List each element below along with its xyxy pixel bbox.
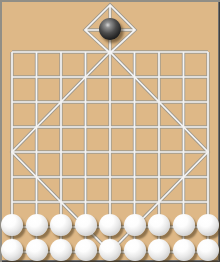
cow-piece-white[interactable] (75, 214, 97, 236)
point-r2c4[interactable] (73, 65, 98, 90)
point-r2c9[interactable] (196, 65, 220, 90)
point-r6c9[interactable] (196, 165, 220, 190)
cow-piece-white[interactable] (26, 214, 48, 236)
point-r3c2[interactable] (24, 90, 49, 115)
point-r4c3[interactable] (49, 115, 74, 140)
point-r2c3[interactable] (49, 65, 74, 90)
cow-piece-white[interactable] (148, 239, 170, 261)
point-r8c5[interactable] (98, 215, 123, 240)
point-r6c2[interactable] (24, 165, 49, 190)
point-r4c6[interactable] (122, 115, 147, 140)
point-r9c8[interactable] (171, 240, 196, 262)
point-r8c8[interactable] (171, 215, 196, 240)
point-r6c7[interactable] (147, 165, 172, 190)
point-r7c3[interactable] (49, 190, 74, 215)
cow-piece-white[interactable] (197, 239, 219, 261)
point-r4c5[interactable] (98, 115, 123, 140)
cow-piece-white[interactable] (75, 239, 97, 261)
point-r7c7[interactable] (147, 190, 172, 215)
point-r4c9[interactable] (196, 115, 220, 140)
cow-piece-white[interactable] (50, 239, 72, 261)
point-r6c6[interactable] (122, 165, 147, 190)
cow-piece-white[interactable] (173, 214, 195, 236)
point-r1c2[interactable] (24, 40, 49, 65)
point-r6c1[interactable] (0, 165, 24, 190)
point-r2c2[interactable] (24, 65, 49, 90)
point-r6c5[interactable] (98, 165, 123, 190)
point-r5c5[interactable] (98, 140, 123, 165)
point-r8c2[interactable] (24, 215, 49, 240)
point-r1c9[interactable] (196, 40, 220, 65)
point-r9c1[interactable] (0, 240, 24, 262)
point-r5c4[interactable] (73, 140, 98, 165)
point-r9c3[interactable] (49, 240, 74, 262)
point-r7c8[interactable] (171, 190, 196, 215)
point-r3c6[interactable] (122, 90, 147, 115)
point-r8c4[interactable] (73, 215, 98, 240)
point-r1c1[interactable] (0, 40, 24, 65)
point-r9c4[interactable] (73, 240, 98, 262)
point-r1c7[interactable] (147, 40, 172, 65)
point-r4c4[interactable] (73, 115, 98, 140)
point-r9c7[interactable] (147, 240, 172, 262)
point-r1c5[interactable] (98, 40, 123, 65)
point-r1c4[interactable] (73, 40, 98, 65)
point-r1c8[interactable] (171, 40, 196, 65)
point-r9c9[interactable] (196, 240, 220, 262)
point-r1c6[interactable] (122, 40, 147, 65)
point-r3c1[interactable] (0, 90, 24, 115)
cow-piece-white[interactable] (1, 214, 23, 236)
point-r7c6[interactable] (122, 190, 147, 215)
point-r3c3[interactable] (49, 90, 74, 115)
cow-piece-white[interactable] (26, 239, 48, 261)
point-r9c6[interactable] (122, 240, 147, 262)
point-r4c2[interactable] (24, 115, 49, 140)
point-r8c3[interactable] (49, 215, 74, 240)
point-r5c9[interactable] (196, 140, 220, 165)
point-r3c9[interactable] (196, 90, 220, 115)
point-r4c8[interactable] (171, 115, 196, 140)
point-r2c6[interactable] (122, 65, 147, 90)
point-r1c3[interactable] (49, 40, 74, 65)
game-board-window (0, 0, 220, 262)
cow-piece-white[interactable] (173, 239, 195, 261)
point-r9c2[interactable] (24, 240, 49, 262)
point-r2c5[interactable] (98, 65, 123, 90)
point-r6c8[interactable] (171, 165, 196, 190)
point-r7c5[interactable] (98, 190, 123, 215)
cow-piece-white[interactable] (50, 214, 72, 236)
cow-piece-white[interactable] (99, 214, 121, 236)
cow-piece-white[interactable] (148, 214, 170, 236)
tiger-hunt-board (0, 0, 220, 262)
point-r6c3[interactable] (49, 165, 74, 190)
point-r7c9[interactable] (196, 190, 220, 215)
board-grid (0, 40, 220, 262)
point-r3c7[interactable] (147, 90, 172, 115)
point-r5c3[interactable] (49, 140, 74, 165)
point-r2c1[interactable] (0, 65, 24, 90)
point-r8c7[interactable] (147, 215, 172, 240)
point-r8c6[interactable] (122, 215, 147, 240)
point-r2c8[interactable] (171, 65, 196, 90)
point-r5c1[interactable] (0, 140, 24, 165)
point-r5c2[interactable] (24, 140, 49, 165)
point-r8c9[interactable] (196, 215, 220, 240)
point-r4c1[interactable] (0, 115, 24, 140)
cow-piece-white[interactable] (197, 214, 219, 236)
point-r5c6[interactable] (122, 140, 147, 165)
tiger-piece-black[interactable] (99, 18, 121, 40)
point-r7c4[interactable] (73, 190, 98, 215)
point-r3c5[interactable] (98, 90, 123, 115)
point-r2c7[interactable] (147, 65, 172, 90)
cow-piece-white[interactable] (99, 239, 121, 261)
point-r7c1[interactable] (0, 190, 24, 215)
den-point[interactable] (99, 18, 121, 40)
cow-piece-white[interactable] (124, 239, 146, 261)
cow-piece-white[interactable] (1, 239, 23, 261)
point-r6c4[interactable] (73, 165, 98, 190)
point-r9c5[interactable] (98, 240, 123, 262)
point-r5c8[interactable] (171, 140, 196, 165)
point-r8c1[interactable] (0, 215, 24, 240)
point-r3c4[interactable] (73, 90, 98, 115)
point-r7c2[interactable] (24, 190, 49, 215)
cow-piece-white[interactable] (124, 214, 146, 236)
point-r5c7[interactable] (147, 140, 172, 165)
point-r4c7[interactable] (147, 115, 172, 140)
point-r3c8[interactable] (171, 90, 196, 115)
